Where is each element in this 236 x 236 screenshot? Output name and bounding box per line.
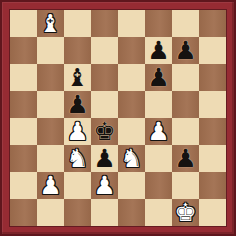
piece-black-pawn-d3[interactable]: ♟	[93, 145, 115, 172]
square-d3[interactable]: ♟	[91, 145, 118, 172]
square-b6[interactable]	[37, 64, 64, 91]
square-a7[interactable]	[10, 37, 37, 64]
square-g5[interactable]	[172, 91, 199, 118]
square-b1[interactable]	[37, 199, 64, 226]
square-a2[interactable]	[10, 172, 37, 199]
square-g4[interactable]	[172, 118, 199, 145]
square-f2[interactable]	[145, 172, 172, 199]
square-e7[interactable]	[118, 37, 145, 64]
square-e6[interactable]	[118, 64, 145, 91]
square-e3[interactable]: ♞	[118, 145, 145, 172]
piece-white-knight-c3[interactable]: ♞	[66, 145, 88, 172]
piece-white-pawn-b2[interactable]: ♟	[39, 172, 61, 199]
piece-black-king-d4[interactable]: ♚	[93, 118, 115, 145]
square-a1[interactable]	[10, 199, 37, 226]
piece-black-pawn-c5[interactable]: ♟	[66, 91, 88, 118]
square-d5[interactable]	[91, 91, 118, 118]
square-a4[interactable]	[10, 118, 37, 145]
square-b4[interactable]	[37, 118, 64, 145]
square-e2[interactable]	[118, 172, 145, 199]
square-g2[interactable]	[172, 172, 199, 199]
piece-black-pawn-g7[interactable]: ♟	[174, 37, 196, 64]
square-c2[interactable]	[64, 172, 91, 199]
square-c6[interactable]: ♝	[64, 64, 91, 91]
square-c8[interactable]	[64, 10, 91, 37]
square-d4[interactable]: ♚	[91, 118, 118, 145]
square-f5[interactable]	[145, 91, 172, 118]
square-e8[interactable]	[118, 10, 145, 37]
square-e1[interactable]	[118, 199, 145, 226]
square-h7[interactable]	[199, 37, 226, 64]
piece-white-knight-e3[interactable]: ♞	[120, 145, 142, 172]
square-f4[interactable]: ♟	[145, 118, 172, 145]
piece-black-bishop-c6[interactable]: ♝	[66, 64, 88, 91]
square-b7[interactable]	[37, 37, 64, 64]
square-f8[interactable]	[145, 10, 172, 37]
square-c5[interactable]: ♟	[64, 91, 91, 118]
square-f7[interactable]: ♟	[145, 37, 172, 64]
square-b2[interactable]: ♟	[37, 172, 64, 199]
square-c1[interactable]	[64, 199, 91, 226]
square-a3[interactable]	[10, 145, 37, 172]
square-h8[interactable]	[199, 10, 226, 37]
piece-white-pawn-c4[interactable]: ♟	[66, 118, 88, 145]
piece-white-king-g1[interactable]: ♚	[174, 199, 196, 226]
square-h4[interactable]	[199, 118, 226, 145]
board-frame: ♝♟♟♝♟♟♟♚♟♞♟♞♟♟♟♚	[0, 0, 236, 236]
piece-white-pawn-d2[interactable]: ♟	[93, 172, 115, 199]
square-g8[interactable]	[172, 10, 199, 37]
square-c7[interactable]	[64, 37, 91, 64]
square-b5[interactable]	[37, 91, 64, 118]
square-a5[interactable]	[10, 91, 37, 118]
square-c4[interactable]: ♟	[64, 118, 91, 145]
square-d1[interactable]	[91, 199, 118, 226]
piece-black-pawn-g3[interactable]: ♟	[174, 145, 196, 172]
piece-white-bishop-b8[interactable]: ♝	[39, 10, 61, 37]
square-a8[interactable]	[10, 10, 37, 37]
square-f1[interactable]	[145, 199, 172, 226]
square-c3[interactable]: ♞	[64, 145, 91, 172]
chess-board: ♝♟♟♝♟♟♟♚♟♞♟♞♟♟♟♚	[10, 10, 226, 226]
square-h2[interactable]	[199, 172, 226, 199]
square-h1[interactable]	[199, 199, 226, 226]
square-b8[interactable]: ♝	[37, 10, 64, 37]
square-d6[interactable]	[91, 64, 118, 91]
square-f3[interactable]	[145, 145, 172, 172]
square-g7[interactable]: ♟	[172, 37, 199, 64]
square-g1[interactable]: ♚	[172, 199, 199, 226]
square-e5[interactable]	[118, 91, 145, 118]
piece-black-pawn-f6[interactable]: ♟	[147, 64, 169, 91]
square-f6[interactable]: ♟	[145, 64, 172, 91]
square-b3[interactable]	[37, 145, 64, 172]
square-d7[interactable]	[91, 37, 118, 64]
piece-black-pawn-f7[interactable]: ♟	[147, 37, 169, 64]
square-g6[interactable]	[172, 64, 199, 91]
square-h5[interactable]	[199, 91, 226, 118]
square-h6[interactable]	[199, 64, 226, 91]
square-g3[interactable]: ♟	[172, 145, 199, 172]
square-d8[interactable]	[91, 10, 118, 37]
piece-white-pawn-f4[interactable]: ♟	[147, 118, 169, 145]
square-h3[interactable]	[199, 145, 226, 172]
square-e4[interactable]	[118, 118, 145, 145]
square-a6[interactable]	[10, 64, 37, 91]
square-d2[interactable]: ♟	[91, 172, 118, 199]
